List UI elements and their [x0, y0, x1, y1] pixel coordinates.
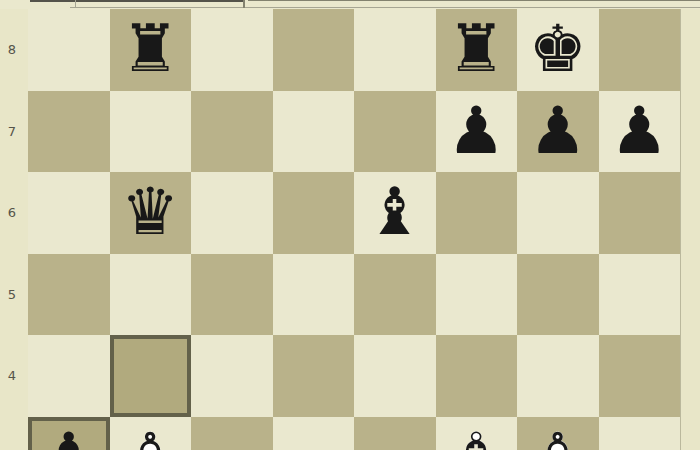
toolbar-box-left-bottom-edge — [30, 0, 243, 2]
square-c4[interactable] — [191, 335, 273, 417]
square-c6[interactable] — [191, 172, 273, 254]
toolbar-divider-tick-mid — [243, 0, 245, 8]
black-pawn[interactable]: ♟ — [517, 90, 599, 172]
black-rook[interactable]: ♜ — [110, 8, 192, 90]
toolbar-box-right-bottom-edge — [248, 0, 700, 1]
square-g7[interactable]: ♟ — [517, 91, 599, 173]
black-pawn[interactable]: ♟ — [436, 90, 518, 172]
square-f5[interactable] — [436, 254, 518, 336]
white-piece-outline: ♙ — [517, 416, 599, 450]
square-e4[interactable] — [354, 335, 436, 417]
square-f6[interactable] — [436, 172, 518, 254]
square-b6[interactable]: ♛ — [110, 172, 192, 254]
black-rook[interactable]: ♜ — [436, 8, 518, 90]
white-piece-outline: ♙ — [110, 416, 192, 450]
square-a4[interactable] — [28, 335, 110, 417]
white-pawn[interactable]: ♟♙ — [110, 416, 192, 450]
square-g3[interactable]: ♟♙ — [517, 417, 599, 450]
square-h3[interactable] — [599, 417, 681, 450]
square-d8[interactable] — [273, 9, 355, 91]
square-e5[interactable] — [354, 254, 436, 336]
chess-board[interactable]: ♜♜♚♟♟♟♛♝♟♟♙♝♗♟♙ — [28, 9, 680, 450]
square-f7[interactable]: ♟ — [436, 91, 518, 173]
square-b8[interactable]: ♜ — [110, 9, 192, 91]
black-bishop[interactable]: ♝ — [354, 171, 436, 253]
square-h5[interactable] — [599, 254, 681, 336]
square-d5[interactable] — [273, 254, 355, 336]
rank-label-8: 8 — [0, 9, 24, 91]
square-g5[interactable] — [517, 254, 599, 336]
square-a5[interactable] — [28, 254, 110, 336]
black-king[interactable]: ♚ — [517, 8, 599, 90]
white-piece-outline: ♗ — [436, 416, 518, 450]
black-pawn[interactable]: ♟ — [599, 90, 681, 172]
square-c7[interactable] — [191, 91, 273, 173]
square-c8[interactable] — [191, 9, 273, 91]
square-d7[interactable] — [273, 91, 355, 173]
square-a7[interactable] — [28, 91, 110, 173]
rank-label-5: 5 — [0, 254, 24, 336]
rank-label-7: 7 — [0, 91, 24, 173]
square-d6[interactable] — [273, 172, 355, 254]
square-e7[interactable] — [354, 91, 436, 173]
square-f8[interactable]: ♜ — [436, 9, 518, 91]
square-c3[interactable] — [191, 417, 273, 450]
square-b4[interactable] — [110, 335, 192, 417]
square-a3[interactable]: ♟ — [28, 417, 110, 450]
square-d4[interactable] — [273, 335, 355, 417]
white-pawn[interactable]: ♟♙ — [517, 416, 599, 450]
square-h6[interactable] — [599, 172, 681, 254]
white-bishop[interactable]: ♝♗ — [436, 416, 518, 450]
square-e6[interactable]: ♝ — [354, 172, 436, 254]
square-h8[interactable] — [599, 9, 681, 91]
square-h7[interactable]: ♟ — [599, 91, 681, 173]
square-e3[interactable] — [354, 417, 436, 450]
square-h4[interactable] — [599, 335, 681, 417]
square-b7[interactable] — [110, 91, 192, 173]
square-g8[interactable]: ♚ — [517, 9, 599, 91]
square-c5[interactable] — [191, 254, 273, 336]
square-g4[interactable] — [517, 335, 599, 417]
black-queen[interactable]: ♛ — [110, 171, 192, 253]
black-pawn[interactable]: ♟ — [28, 416, 110, 450]
square-b5[interactable] — [110, 254, 192, 336]
rank-label-6: 6 — [0, 172, 24, 254]
square-d3[interactable] — [273, 417, 355, 450]
square-a8[interactable] — [28, 9, 110, 91]
square-e8[interactable] — [354, 9, 436, 91]
square-b3[interactable]: ♟♙ — [110, 417, 192, 450]
square-f4[interactable] — [436, 335, 518, 417]
rank-label-4: 4 — [0, 335, 24, 417]
square-g6[interactable] — [517, 172, 599, 254]
toolbar-divider-tick-left — [75, 0, 76, 8]
square-a6[interactable] — [28, 172, 110, 254]
square-f3[interactable]: ♝♗ — [436, 417, 518, 450]
